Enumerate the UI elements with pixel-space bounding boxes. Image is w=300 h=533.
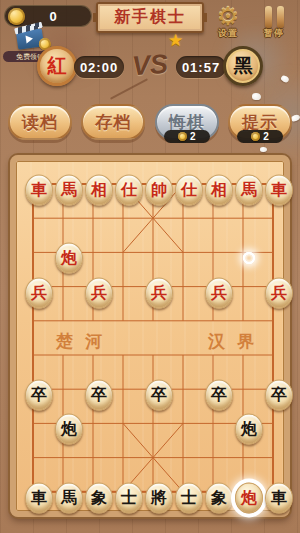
piece-red-車[interactable]: 車 bbox=[25, 175, 53, 206]
vs-label: VS bbox=[131, 49, 169, 82]
red-player-badge: 紅 bbox=[37, 46, 77, 86]
piece-red-兵[interactable]: 兵 bbox=[145, 277, 173, 308]
piece-black-士[interactable]: 士 bbox=[175, 482, 203, 513]
piece-red-仕[interactable]: 仕 bbox=[175, 175, 203, 206]
piece-red-兵[interactable]: 兵 bbox=[205, 277, 233, 308]
hint-button[interactable]: 提示 2 bbox=[228, 104, 292, 140]
piece-black-炮[interactable]: 炮 bbox=[235, 414, 263, 445]
piece-black-炮[interactable]: 炮 bbox=[55, 414, 83, 445]
piece-red-仕[interactable]: 仕 bbox=[115, 175, 143, 206]
red-player-timer: 02:00 bbox=[74, 56, 124, 78]
last-move-origin-marker bbox=[243, 252, 256, 265]
piece-red-馬[interactable]: 馬 bbox=[235, 175, 263, 206]
piece-black-象[interactable]: 象 bbox=[85, 482, 113, 513]
piece-red-兵[interactable]: 兵 bbox=[85, 277, 113, 308]
petal-decor bbox=[280, 74, 290, 83]
piece-red-炮[interactable]: 炮 bbox=[55, 243, 83, 274]
board-grid bbox=[10, 155, 290, 517]
piece-black-將[interactable]: 將 bbox=[145, 482, 173, 513]
pause-label: 暂停 bbox=[254, 27, 294, 40]
video-ad-icon bbox=[16, 28, 44, 49]
piece-red-帥[interactable]: 帥 bbox=[145, 175, 173, 206]
black-player-timer: 01:57 bbox=[176, 56, 226, 78]
black-player-name: 黑 bbox=[234, 53, 253, 79]
piece-black-卒[interactable]: 卒 bbox=[265, 380, 293, 411]
coin-icon bbox=[8, 8, 25, 25]
piece-black-卒[interactable]: 卒 bbox=[145, 380, 173, 411]
piece-black-車[interactable]: 車 bbox=[25, 482, 53, 513]
coin-icon bbox=[251, 132, 260, 141]
star-icon: ★ bbox=[168, 30, 183, 51]
piece-black-卒[interactable]: 卒 bbox=[205, 380, 233, 411]
toolbar: 读档 存档 悔棋 2 提示 2 bbox=[0, 104, 300, 140]
piece-black-卒[interactable]: 卒 bbox=[25, 380, 53, 411]
coin-counter[interactable]: 0 bbox=[4, 5, 92, 27]
piece-black-象[interactable]: 象 bbox=[205, 482, 233, 513]
pause-button[interactable]: 暂停 bbox=[254, 4, 294, 40]
undo-count-badge: 2 bbox=[164, 130, 210, 143]
hint-count-badge: 2 bbox=[237, 130, 283, 143]
rank-title-plaque: 新手棋士 bbox=[96, 2, 204, 33]
save-game-button[interactable]: 存档 bbox=[81, 104, 145, 140]
piece-red-炮[interactable]: 炮 bbox=[235, 482, 263, 513]
pause-icon bbox=[254, 4, 294, 29]
petal-decor bbox=[260, 147, 267, 152]
load-game-button[interactable]: 读档 bbox=[8, 104, 72, 140]
coin-icon bbox=[178, 132, 187, 141]
rank-title: 新手棋士 bbox=[114, 7, 186, 28]
vs-swoosh-decor bbox=[110, 78, 148, 99]
settings-label: 设置 bbox=[208, 27, 248, 40]
piece-black-車[interactable]: 車 bbox=[265, 482, 293, 513]
piece-black-士[interactable]: 士 bbox=[115, 482, 143, 513]
piece-black-馬[interactable]: 馬 bbox=[55, 482, 83, 513]
piece-red-相[interactable]: 相 bbox=[205, 175, 233, 206]
red-player-name: 紅 bbox=[48, 53, 67, 79]
undo-move-button[interactable]: 悔棋 2 bbox=[155, 104, 219, 140]
black-player-badge: 黑 bbox=[223, 46, 263, 86]
petal-decor bbox=[252, 93, 261, 100]
piece-black-卒[interactable]: 卒 bbox=[85, 380, 113, 411]
gear-icon: ⚙ bbox=[217, 2, 239, 30]
settings-button[interactable]: ⚙ 设置 bbox=[208, 4, 248, 40]
xiangqi-board[interactable]: 楚河 汉界 車馬相仕帥仕相馬車炮兵兵兵兵兵卒卒卒卒卒炮炮車馬象士將士象炮車 bbox=[10, 155, 290, 517]
piece-red-馬[interactable]: 馬 bbox=[55, 175, 83, 206]
game-screen: 0 新手棋士 ⚙ 设置 暂停 免费领钱 紅 02:00 VS ★ 01:57 黑… bbox=[0, 0, 300, 533]
piece-red-兵[interactable]: 兵 bbox=[25, 277, 53, 308]
piece-red-車[interactable]: 車 bbox=[265, 175, 293, 206]
coin-amount: 0 bbox=[25, 9, 91, 24]
piece-red-兵[interactable]: 兵 bbox=[265, 277, 293, 308]
piece-red-相[interactable]: 相 bbox=[85, 175, 113, 206]
